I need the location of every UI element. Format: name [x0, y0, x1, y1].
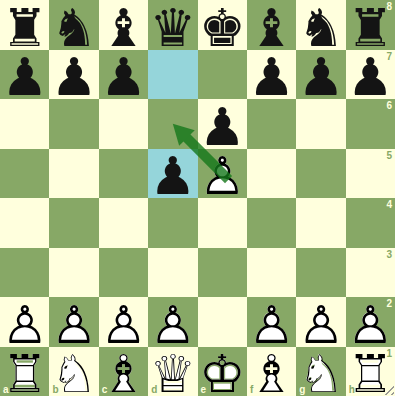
- coord-rank-5: 5: [386, 151, 392, 161]
- piece-glyph-outline: ♘: [296, 350, 345, 396]
- square-c6[interactable]: [99, 99, 148, 149]
- piece-black-knight[interactable]: ♞: [296, 0, 345, 50]
- square-h7[interactable]: ♟7: [346, 50, 395, 100]
- square-f8[interactable]: ♝: [247, 0, 296, 50]
- square-b1[interactable]: ♞♘b: [49, 347, 98, 396]
- square-b4[interactable]: [49, 198, 98, 248]
- piece-white-pawn[interactable]: ♟♙: [198, 149, 247, 199]
- piece-glyph: ♟: [49, 53, 98, 103]
- piece-white-pawn[interactable]: ♟♙: [296, 297, 345, 347]
- square-d6[interactable]: [148, 99, 197, 149]
- piece-glyph: ♝: [247, 3, 296, 53]
- square-f5[interactable]: [247, 149, 296, 199]
- piece-glyph: ♜: [346, 3, 395, 53]
- piece-black-pawn[interactable]: ♟: [346, 50, 395, 100]
- chess-board-widget: ♜♞♝♛♚♝♞♜8♟♟♟♟♟♟7♟6♟♟♙543♟♙♟♙♟♙♟♙♟♙♟♙♟♙2♜…: [0, 0, 395, 396]
- piece-black-pawn[interactable]: ♟: [296, 50, 345, 100]
- piece-black-rook[interactable]: ♜: [346, 0, 395, 50]
- piece-black-pawn[interactable]: ♟: [49, 50, 98, 100]
- piece-glyph-outline: ♕: [148, 350, 197, 396]
- square-h1[interactable]: ♜♖1h: [346, 347, 395, 396]
- coord-rank-4: 4: [386, 200, 392, 210]
- piece-black-queen[interactable]: ♛: [148, 0, 197, 50]
- square-h2[interactable]: ♟♙2: [346, 297, 395, 347]
- piece-glyph-outline: ♖: [346, 350, 395, 396]
- square-f2[interactable]: ♟♙: [247, 297, 296, 347]
- square-c7[interactable]: ♟: [99, 50, 148, 100]
- square-e6[interactable]: ♟: [198, 99, 247, 149]
- square-g6[interactable]: [296, 99, 345, 149]
- square-g8[interactable]: ♞: [296, 0, 345, 50]
- square-h3[interactable]: 3: [346, 248, 395, 298]
- piece-glyph: ♞: [296, 3, 345, 53]
- square-b2[interactable]: ♟♙: [49, 297, 98, 347]
- piece-black-pawn[interactable]: ♟: [198, 99, 247, 149]
- piece-black-pawn[interactable]: ♟: [99, 50, 148, 100]
- square-b6[interactable]: [49, 99, 98, 149]
- square-a1[interactable]: ♜♖a: [0, 347, 49, 396]
- piece-black-rook[interactable]: ♜: [0, 0, 49, 50]
- square-f6[interactable]: [247, 99, 296, 149]
- piece-white-pawn[interactable]: ♟♙: [148, 297, 197, 347]
- piece-white-knight[interactable]: ♞♘: [49, 347, 98, 396]
- square-d7[interactable]: [148, 50, 197, 100]
- square-b5[interactable]: [49, 149, 98, 199]
- piece-glyph: ♟: [198, 102, 247, 152]
- piece-glyph-outline: ♖: [0, 350, 49, 396]
- piece-black-bishop[interactable]: ♝: [99, 0, 148, 50]
- coord-rank-6: 6: [386, 101, 392, 111]
- piece-glyph: ♚: [198, 3, 247, 53]
- piece-black-king[interactable]: ♚: [198, 0, 247, 50]
- piece-glyph: ♟: [247, 53, 296, 103]
- piece-black-knight[interactable]: ♞: [49, 0, 98, 50]
- square-h4[interactable]: 4: [346, 198, 395, 248]
- square-g7[interactable]: ♟: [296, 50, 345, 100]
- square-b3[interactable]: [49, 248, 98, 298]
- piece-white-queen[interactable]: ♛♕: [148, 347, 197, 396]
- piece-white-bishop[interactable]: ♝♗: [247, 347, 296, 396]
- square-a4[interactable]: [0, 198, 49, 248]
- square-h5[interactable]: 5: [346, 149, 395, 199]
- piece-black-pawn[interactable]: ♟: [148, 149, 197, 199]
- square-e8[interactable]: ♚: [198, 0, 247, 50]
- square-d3[interactable]: [148, 248, 197, 298]
- square-e2[interactable]: [198, 297, 247, 347]
- square-e3[interactable]: [198, 248, 247, 298]
- square-b7[interactable]: ♟: [49, 50, 98, 100]
- piece-glyph-outline: ♙: [49, 300, 98, 350]
- piece-black-pawn[interactable]: ♟: [247, 50, 296, 100]
- piece-glyph: ♜: [0, 3, 49, 53]
- piece-glyph-outline: ♙: [0, 300, 49, 350]
- square-f7[interactable]: ♟: [247, 50, 296, 100]
- square-h8[interactable]: ♜8: [346, 0, 395, 50]
- square-d5[interactable]: ♟: [148, 149, 197, 199]
- square-e4[interactable]: [198, 198, 247, 248]
- square-e7[interactable]: [198, 50, 247, 100]
- square-g3[interactable]: [296, 248, 345, 298]
- square-g5[interactable]: [296, 149, 345, 199]
- piece-glyph-outline: ♙: [198, 152, 247, 202]
- square-h6[interactable]: 6: [346, 99, 395, 149]
- piece-glyph-outline: ♗: [99, 350, 148, 396]
- piece-white-pawn[interactable]: ♟♙: [49, 297, 98, 347]
- square-c5[interactable]: [99, 149, 148, 199]
- square-a7[interactable]: ♟: [0, 50, 49, 100]
- square-b8[interactable]: ♞: [49, 0, 98, 50]
- square-g4[interactable]: [296, 198, 345, 248]
- square-g2[interactable]: ♟♙: [296, 297, 345, 347]
- square-d8[interactable]: ♛: [148, 0, 197, 50]
- square-d4[interactable]: [148, 198, 197, 248]
- piece-white-rook[interactable]: ♜♖: [346, 347, 395, 396]
- piece-glyph: ♟: [346, 53, 395, 103]
- piece-glyph: ♞: [49, 3, 98, 53]
- square-d1[interactable]: ♛♕d: [148, 347, 197, 396]
- square-c8[interactable]: ♝: [99, 0, 148, 50]
- square-e5[interactable]: ♟♙: [198, 149, 247, 199]
- square-a2[interactable]: ♟♙: [0, 297, 49, 347]
- square-f1[interactable]: ♝♗f: [247, 347, 296, 396]
- piece-glyph: ♝: [99, 3, 148, 53]
- piece-glyph: ♛: [148, 3, 197, 53]
- square-c2[interactable]: ♟♙: [99, 297, 148, 347]
- piece-white-pawn[interactable]: ♟♙: [346, 297, 395, 347]
- square-a6[interactable]: [0, 99, 49, 149]
- piece-black-pawn[interactable]: ♟: [0, 50, 49, 100]
- piece-white-bishop[interactable]: ♝♗: [99, 347, 148, 396]
- square-c4[interactable]: [99, 198, 148, 248]
- square-a5[interactable]: [0, 149, 49, 199]
- square-f4[interactable]: [247, 198, 296, 248]
- piece-white-pawn[interactable]: ♟♙: [247, 297, 296, 347]
- piece-glyph-outline: ♙: [296, 300, 345, 350]
- chess-board: ♜♞♝♛♚♝♞♜8♟♟♟♟♟♟7♟6♟♟♙543♟♙♟♙♟♙♟♙♟♙♟♙♟♙2♜…: [0, 0, 395, 396]
- piece-glyph: ♟: [99, 53, 148, 103]
- piece-white-king[interactable]: ♚♔: [198, 347, 247, 396]
- square-a3[interactable]: [0, 248, 49, 298]
- piece-glyph: ♟: [148, 152, 197, 202]
- square-f3[interactable]: [247, 248, 296, 298]
- piece-glyph: ♟: [296, 53, 345, 103]
- piece-glyph-outline: ♘: [49, 350, 98, 396]
- piece-glyph-outline: ♙: [99, 300, 148, 350]
- piece-black-bishop[interactable]: ♝: [247, 0, 296, 50]
- piece-glyph: ♟: [0, 53, 49, 103]
- square-d2[interactable]: ♟♙: [148, 297, 197, 347]
- square-c3[interactable]: [99, 248, 148, 298]
- square-e1[interactable]: ♚♔e: [198, 347, 247, 396]
- coord-rank-3: 3: [386, 250, 392, 260]
- piece-white-rook[interactable]: ♜♖: [0, 347, 49, 396]
- piece-white-knight[interactable]: ♞♘: [296, 347, 345, 396]
- piece-white-pawn[interactable]: ♟♙: [0, 297, 49, 347]
- piece-glyph-outline: ♔: [198, 350, 247, 396]
- piece-glyph-outline: ♙: [148, 300, 197, 350]
- piece-glyph-outline: ♙: [247, 300, 296, 350]
- piece-glyph-outline: ♙: [346, 300, 395, 350]
- piece-glyph-outline: ♗: [247, 350, 296, 396]
- square-a8[interactable]: ♜: [0, 0, 49, 50]
- square-c1[interactable]: ♝♗c: [99, 347, 148, 396]
- piece-white-pawn[interactable]: ♟♙: [99, 297, 148, 347]
- square-g1[interactable]: ♞♘g: [296, 347, 345, 396]
